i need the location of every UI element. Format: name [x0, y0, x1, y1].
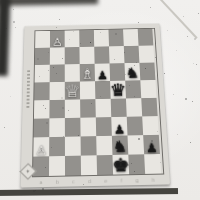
piece-white-pawn: ♙	[35, 144, 47, 157]
piece-white-pawn: ♙	[52, 36, 63, 47]
square-c8	[65, 30, 80, 47]
square-b7	[50, 47, 65, 64]
square-e4	[95, 99, 111, 118]
file-label-h: h	[152, 177, 156, 183]
square-a2: ♙	[33, 137, 49, 157]
file-labels: abcdefgh	[33, 177, 162, 186]
square-h4	[141, 98, 157, 117]
square-d1	[81, 155, 97, 175]
square-g7	[124, 46, 140, 63]
square-c3	[65, 118, 81, 137]
square-g8	[123, 29, 138, 46]
square-a6	[35, 65, 50, 83]
board-logo-glyph: ✦	[25, 168, 30, 174]
square-h8	[138, 29, 154, 46]
square-b8: ♙	[50, 31, 65, 48]
square-b5	[50, 82, 65, 100]
square-f6	[110, 63, 126, 81]
piece-black-queen: ♛	[110, 81, 127, 98]
square-h7	[139, 45, 155, 62]
file-label-e: e	[104, 178, 107, 184]
square-d8	[79, 30, 94, 47]
piece-black-knight: ♞	[113, 139, 128, 155]
square-a1	[33, 156, 49, 176]
square-a4	[34, 100, 50, 119]
square-e7	[94, 46, 109, 63]
square-b6	[50, 64, 65, 82]
square-e5	[95, 81, 111, 99]
piece-black-king: ♚	[112, 156, 130, 175]
square-a8	[35, 31, 50, 48]
square-e2	[96, 136, 112, 156]
square-f3: ♟	[111, 117, 127, 136]
square-c1	[65, 156, 81, 176]
square-d6: ♗	[80, 64, 95, 82]
square-f7	[109, 46, 124, 63]
file-label-f: f	[120, 177, 122, 183]
file-label-d: d	[88, 178, 91, 184]
square-a5	[34, 82, 49, 100]
square-g5	[125, 80, 141, 98]
square-c7	[65, 47, 80, 64]
square-e3	[96, 117, 112, 136]
square-h3	[142, 116, 159, 135]
square-f5: ♛	[110, 81, 126, 99]
square-d5	[80, 81, 96, 99]
square-h5	[140, 80, 156, 98]
square-b4	[49, 100, 64, 119]
table-shadow-top	[0, 0, 98, 6]
piece-white-queen: ♕	[64, 82, 80, 99]
square-d3	[80, 117, 96, 136]
file-label-b: b	[56, 179, 59, 185]
square-f4	[111, 98, 127, 117]
square-d4	[80, 99, 96, 118]
chess-board: ♙♗♟♞♕♛♟♙♞♟♚ ✦ abcdefgh	[21, 24, 170, 188]
piece-black-knight: ♞	[125, 66, 139, 80]
square-h1	[144, 154, 161, 174]
square-c6	[65, 64, 80, 82]
square-f2: ♞	[112, 135, 128, 154]
board-grid: ♙♗♟♞♕♛♟♙♞♟♚	[33, 29, 163, 177]
square-b1	[49, 156, 65, 176]
square-d2	[81, 136, 97, 156]
piece-white-bishop: ♗	[80, 67, 94, 81]
square-e8	[94, 30, 109, 47]
chessboard-photo: ♙♗♟♞♕♛♟♙♞♟♚ ✦ abcdefgh	[0, 0, 200, 200]
square-f1: ♚	[112, 155, 129, 175]
square-e6: ♟	[95, 63, 110, 81]
square-h6	[139, 63, 155, 81]
file-label-a: a	[39, 179, 42, 185]
square-c4	[65, 99, 81, 118]
piece-black-pawn: ♟	[146, 142, 158, 155]
square-a3	[34, 118, 50, 137]
file-label-c: c	[72, 178, 75, 184]
table-shadow-left	[0, 0, 10, 76]
piece-black-pawn: ♟	[114, 123, 126, 135]
mat-edge-crease	[158, 0, 197, 39]
piece-black-pawn: ♟	[97, 70, 108, 82]
square-b3	[49, 118, 65, 137]
square-g4	[126, 98, 142, 117]
square-g2	[128, 135, 145, 154]
board-frame: ♙♗♟♞♕♛♟♙♞♟♚ ✦ abcdefgh	[21, 24, 170, 188]
square-g3	[127, 116, 143, 135]
square-f8	[108, 29, 123, 46]
square-c5: ♕	[65, 82, 80, 100]
square-g1	[128, 154, 145, 174]
square-c2	[65, 136, 81, 156]
table-edge-shadow	[0, 188, 178, 196]
square-h2: ♟	[143, 135, 160, 154]
square-g6: ♞	[124, 63, 140, 81]
square-d7	[79, 47, 94, 64]
brand-text-marks	[26, 70, 30, 109]
square-a7	[35, 48, 50, 65]
file-label-g: g	[135, 177, 138, 183]
square-b2	[49, 137, 65, 157]
